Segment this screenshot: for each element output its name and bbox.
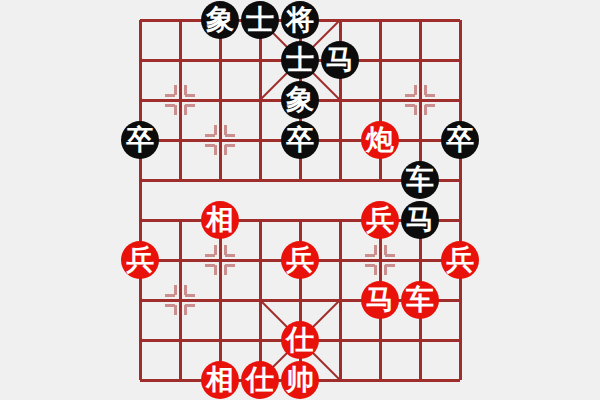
piece-red-chariot[interactable]: 车 <box>401 281 439 319</box>
piece-black-soldier[interactable]: 卒 <box>121 121 159 159</box>
piece-black-chariot[interactable]: 车 <box>401 161 439 199</box>
piece-red-elephant[interactable]: 相 <box>201 201 239 239</box>
piece-black-elephant[interactable]: 象 <box>201 1 239 39</box>
piece-black-elephant[interactable]: 象 <box>281 81 319 119</box>
piece-red-soldier[interactable]: 兵 <box>121 241 159 279</box>
piece-red-soldier[interactable]: 兵 <box>361 201 399 239</box>
piece-black-general[interactable]: 将 <box>281 1 319 39</box>
piece-red-advisor[interactable]: 仕 <box>241 361 279 399</box>
piece-black-advisor[interactable]: 士 <box>241 1 279 39</box>
piece-red-general[interactable]: 帅 <box>281 361 319 399</box>
piece-black-horse[interactable]: 马 <box>321 41 359 79</box>
piece-black-advisor[interactable]: 士 <box>281 41 319 79</box>
piece-red-soldier[interactable]: 兵 <box>441 241 479 279</box>
piece-red-cannon[interactable]: 炮 <box>361 121 399 159</box>
piece-black-soldier[interactable]: 卒 <box>441 121 479 159</box>
board-grid: 象士将士马象卒卒炮卒车相兵马兵兵兵马车仕相仕帅 <box>120 0 480 400</box>
piece-red-horse[interactable]: 马 <box>361 281 399 319</box>
piece-red-elephant[interactable]: 相 <box>201 361 239 399</box>
piece-black-horse[interactable]: 马 <box>401 201 439 239</box>
xiangqi-board: 象士将士马象卒卒炮卒车相兵马兵兵兵马车仕相仕帅 <box>0 0 600 400</box>
piece-red-soldier[interactable]: 兵 <box>281 241 319 279</box>
piece-black-soldier[interactable]: 卒 <box>281 121 319 159</box>
piece-red-advisor[interactable]: 仕 <box>281 321 319 359</box>
